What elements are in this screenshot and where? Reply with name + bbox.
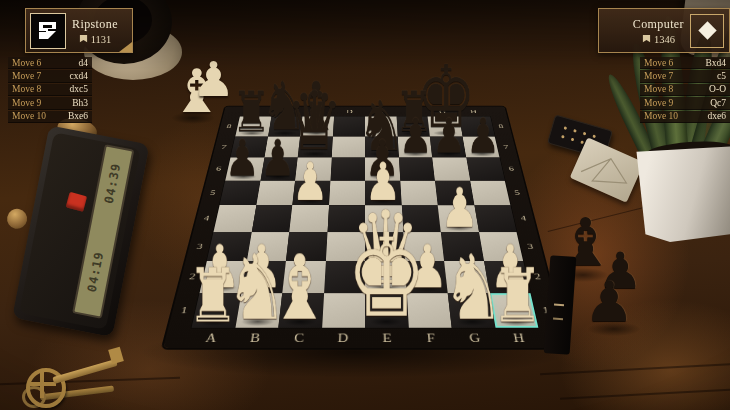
white-rook-a1[interactable]: ♜ (187, 263, 239, 330)
white-player-name: Ripstone (72, 17, 118, 32)
square-g1[interactable]: ♞ (448, 293, 495, 328)
white-move-list: Move 6d4Move 7cxd4Move 8dxc5Move 9Bh3Mov… (8, 57, 92, 123)
plant-pot (632, 146, 730, 242)
black-move-list: Move 6Bxd4Move 7c5Move 8O-OMove 9Qc7Move… (640, 57, 730, 123)
move-notation: dxe6 (708, 111, 726, 121)
black-pawn-g7[interactable]: ♟ (432, 115, 466, 159)
black-pawn-a6[interactable]: ♟ (225, 136, 260, 181)
computer-avatar (690, 14, 724, 48)
black-player-name: Computer (633, 17, 684, 32)
diamond-icon (698, 21, 716, 39)
black-time: 04:39 (100, 154, 125, 214)
dark-box (544, 255, 577, 355)
white-time: 04:19 (83, 242, 108, 302)
file-labels-bottom: ABCDEFGH (187, 329, 543, 347)
black-player-panel: Computer 1346 (598, 8, 730, 53)
rating-crest-icon (642, 34, 651, 45)
square-a1[interactable]: ♜ (192, 293, 241, 328)
square-d6[interactable] (330, 158, 365, 181)
move-row: Move 7cxd4 (8, 70, 92, 82)
move-number: Move 8 (644, 84, 673, 94)
move-notation: c5 (717, 71, 726, 81)
rating-crest-icon (79, 34, 88, 45)
white-bishop-c1[interactable]: ♝ (268, 249, 331, 330)
move-number: Move 6 (644, 58, 673, 68)
square-f6[interactable] (399, 158, 435, 181)
move-notation: dxc5 (70, 84, 88, 94)
move-row: Move 7c5 (640, 70, 730, 82)
move-number: Move 7 (644, 71, 673, 81)
move-row: Move 10dxe6 (640, 111, 730, 123)
black-pawn-b6[interactable]: ♟ (260, 136, 295, 181)
move-notation: Bxe6 (68, 111, 88, 121)
square-c4[interactable] (289, 205, 328, 232)
clock-body: 04:39 04:19 (12, 125, 150, 337)
square-c1[interactable]: ♝ (278, 293, 323, 328)
square-g6[interactable] (432, 158, 470, 181)
white-pawn-c5[interactable]: ♟ (292, 159, 329, 206)
key-stem (52, 359, 117, 384)
square-h6[interactable] (466, 158, 505, 181)
clock-side-knob (5, 207, 28, 230)
chess-game-scene: ABCDEFGH ABCDEFGH 87654321 87654321 ♜♞♝♜… (0, 0, 730, 410)
wood-plank-line (560, 388, 730, 399)
square-c5[interactable]: ♟ (292, 180, 330, 205)
black-pawn-h7[interactable]: ♟ (466, 115, 500, 159)
move-row: Move 10Bxe6 (8, 111, 92, 123)
file-label: D (321, 329, 365, 347)
white-pawn-g4[interactable]: ♟ (441, 184, 479, 233)
chess-clock[interactable]: 04:39 04:19 (0, 114, 179, 349)
square-a5[interactable] (220, 180, 261, 205)
file-label: E (365, 329, 409, 347)
move-number: Move 10 (644, 111, 678, 121)
square-h1[interactable]: ♜ (489, 293, 538, 328)
square-b5[interactable] (256, 180, 295, 205)
white-king-e1[interactable]: ♚ (346, 226, 427, 330)
square-h4[interactable] (474, 205, 516, 232)
white-player-panel: Ripstone 1131 (25, 8, 133, 53)
move-row: Move 9Bh3 (8, 97, 92, 109)
board-squares[interactable]: ♜♞♝♜♚♛♞♟♟♟♟♟♟♟♟♟♟♟♛♟♟♜♞♝♚♞♜ (192, 117, 539, 328)
square-g7[interactable]: ♟ (430, 136, 466, 157)
file-label: F (408, 329, 453, 347)
brass-keys (0, 352, 140, 410)
white-player-rating: 1131 (91, 34, 112, 45)
move-row: Move 6d4 (8, 57, 92, 69)
square-e1[interactable]: ♚ (365, 293, 408, 328)
move-notation: Qc7 (710, 98, 726, 108)
square-h7[interactable]: ♟ (462, 136, 499, 157)
move-number: Move 9 (644, 98, 673, 108)
ripstone-logo (30, 13, 66, 49)
square-g4[interactable]: ♟ (438, 205, 479, 232)
file-label: A (187, 329, 234, 347)
move-row: Move 8dxc5 (8, 84, 92, 96)
move-number: Move 6 (12, 58, 41, 68)
panel-corner-fold (119, 42, 132, 52)
move-row: Move 6Bxd4 (640, 57, 730, 69)
captured-black-pawn: ♟ (584, 274, 634, 330)
file-label: C (276, 329, 321, 347)
move-notation: O-O (709, 84, 726, 94)
square-a6[interactable]: ♟ (225, 158, 264, 181)
move-row: Move 9Qc7 (640, 97, 730, 109)
move-number: Move 7 (12, 71, 41, 81)
move-notation: d4 (79, 58, 89, 68)
square-a4[interactable] (214, 205, 256, 232)
move-number: Move 10 (12, 111, 46, 121)
move-notation: cxd4 (70, 71, 88, 81)
move-number: Move 9 (12, 98, 41, 108)
chess-board[interactable]: ABCDEFGH ABCDEFGH 87654321 87654321 ♜♞♝♜… (163, 107, 567, 348)
black-player-rating: 1346 (654, 34, 675, 45)
square-b4[interactable] (251, 205, 292, 232)
file-label: H (495, 329, 542, 347)
move-notation: Bh3 (72, 98, 88, 108)
move-row: Move 8O-O (640, 84, 730, 96)
file-label: G (452, 329, 498, 347)
white-rook-h1[interactable]: ♜ (491, 263, 543, 330)
captured-white-pawn: ♟ (192, 56, 235, 104)
move-notation: Bxd4 (705, 58, 726, 68)
file-label: B (232, 329, 278, 347)
move-number: Move 8 (12, 84, 41, 94)
